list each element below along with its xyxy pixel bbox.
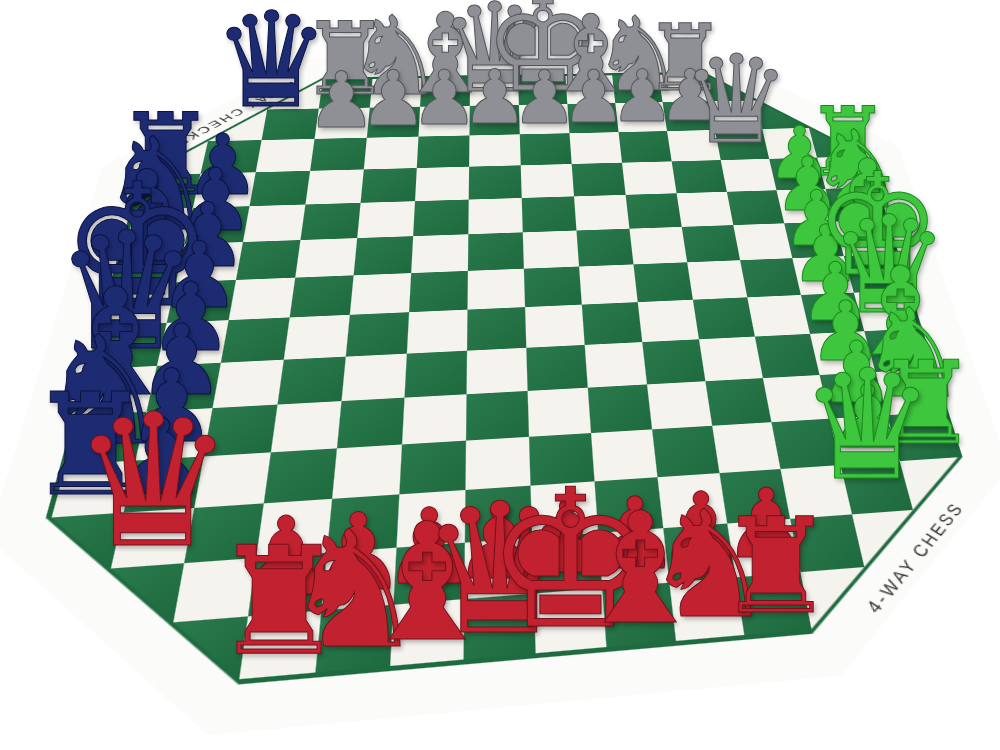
board-square[interactable]: [271, 401, 342, 452]
board-square[interactable]: [927, 557, 1000, 618]
board-square[interactable]: [579, 264, 638, 304]
board-square[interactable]: [405, 351, 468, 398]
board-square[interactable]: [574, 195, 629, 231]
board-square[interactable]: [467, 269, 525, 310]
board-square[interactable]: [576, 229, 633, 267]
board-square[interactable]: [582, 302, 642, 345]
board-square[interactable]: [256, 139, 315, 172]
board-square[interactable]: [409, 271, 468, 312]
board-square[interactable]: [468, 232, 524, 271]
board-square[interactable]: [526, 345, 587, 391]
board-square[interactable]: [337, 398, 405, 449]
board-square[interactable]: [305, 169, 363, 204]
board-square[interactable]: [682, 225, 740, 262]
board-square[interactable]: [295, 238, 357, 278]
board-square[interactable]: [2, 628, 97, 700]
board-square[interactable]: [467, 348, 528, 394]
board-square[interactable]: [652, 426, 719, 477]
board-square[interactable]: [357, 201, 415, 238]
board-square[interactable]: [407, 310, 468, 354]
board-square[interactable]: [638, 300, 699, 342]
board-square[interactable]: [705, 378, 771, 426]
board-square[interactable]: [528, 388, 591, 437]
board-square[interactable]: [346, 312, 409, 356]
board-square[interactable]: [633, 262, 692, 302]
board-square[interactable]: [284, 315, 350, 360]
board-square[interactable]: [278, 357, 346, 405]
board-square[interactable]: [622, 161, 677, 194]
board-square[interactable]: [300, 203, 360, 240]
board-square[interactable]: [677, 192, 734, 227]
board-square[interactable]: [468, 198, 522, 234]
board-square[interactable]: [525, 305, 585, 348]
board-square[interactable]: [411, 234, 468, 273]
board-square[interactable]: [699, 337, 763, 382]
board-square[interactable]: [524, 267, 582, 308]
board-square[interactable]: [647, 381, 712, 429]
board-square[interactable]: [361, 168, 417, 203]
board-square[interactable]: [469, 165, 522, 199]
board-square[interactable]: [588, 384, 652, 433]
board-square[interactable]: [687, 260, 747, 299]
board-square[interactable]: [712, 422, 780, 473]
board-square[interactable]: [415, 167, 469, 202]
board-square[interactable]: [626, 193, 682, 228]
piece-red-rook[interactable]: ♜: [717, 500, 835, 632]
board-square[interactable]: [585, 342, 647, 388]
board-square[interactable]: [466, 391, 529, 441]
board-square[interactable]: [467, 307, 526, 351]
board-square[interactable]: [642, 339, 705, 384]
board-square[interactable]: [350, 273, 411, 315]
piece-red-queen[interactable]: ♛: [71, 390, 236, 574]
board-square[interactable]: [693, 297, 755, 339]
board-square[interactable]: [354, 236, 414, 275]
board-square[interactable]: [521, 164, 574, 198]
board-square[interactable]: [402, 394, 467, 444]
board-square[interactable]: [523, 231, 579, 269]
board-square[interactable]: [629, 227, 687, 265]
board-square[interactable]: [572, 163, 626, 197]
board-square[interactable]: [522, 196, 577, 232]
board-square[interactable]: [290, 275, 354, 317]
four-way-chess-scene: 4-WAY CHECKERS 4-WAY CHESS ♜♞♝♛♚♝♞♜♟♟♟♟♟…: [0, 0, 1000, 750]
board-square[interactable]: [413, 200, 469, 237]
piece-green-queen[interactable]: ♛: [799, 350, 935, 502]
board-square[interactable]: [342, 354, 407, 401]
